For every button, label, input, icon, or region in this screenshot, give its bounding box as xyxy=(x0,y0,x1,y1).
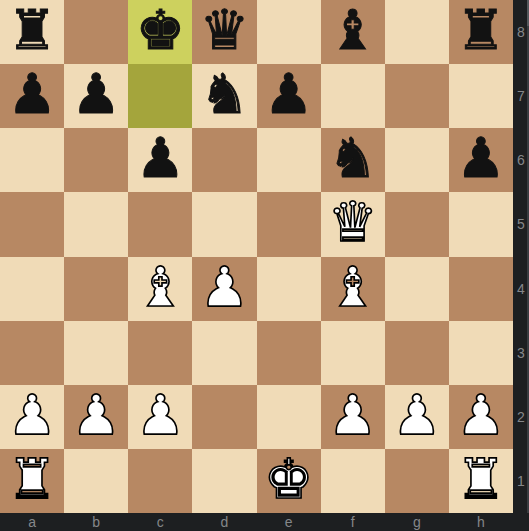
file-label-g: g xyxy=(385,513,449,531)
square-d4[interactable]: ♟ xyxy=(192,257,256,321)
square-b4[interactable] xyxy=(64,257,128,321)
file-label-f: f xyxy=(321,513,385,531)
square-g8[interactable] xyxy=(385,0,449,64)
file-label-b: b xyxy=(64,513,128,531)
square-d2[interactable] xyxy=(192,385,256,449)
square-h7[interactable] xyxy=(449,64,513,128)
square-e4[interactable] xyxy=(257,257,321,321)
piece-white-bishop[interactable]: ♝ xyxy=(136,255,185,319)
piece-black-pawn[interactable]: ♟ xyxy=(264,62,313,126)
piece-black-king[interactable]: ♚ xyxy=(136,0,185,62)
square-c5[interactable] xyxy=(128,192,192,256)
square-g4[interactable] xyxy=(385,257,449,321)
chess-app-window: ♜♚♛♝♜♟♟♞♟♟♞♟♛♝♟♝♟♟♟♟♟♟♜♚♜ 87654321 abcde… xyxy=(0,0,529,531)
square-f2[interactable]: ♟ xyxy=(321,385,385,449)
square-a5[interactable] xyxy=(0,192,64,256)
square-a1[interactable]: ♜ xyxy=(0,449,64,513)
square-g5[interactable] xyxy=(385,192,449,256)
square-g2[interactable]: ♟ xyxy=(385,385,449,449)
square-c1[interactable] xyxy=(128,449,192,513)
piece-white-pawn[interactable]: ♟ xyxy=(328,383,377,447)
square-h4[interactable] xyxy=(449,257,513,321)
piece-white-pawn[interactable]: ♟ xyxy=(200,255,249,319)
square-e6[interactable] xyxy=(257,128,321,192)
piece-black-pawn[interactable]: ♟ xyxy=(456,126,505,190)
square-e8[interactable] xyxy=(257,0,321,64)
square-f4[interactable]: ♝ xyxy=(321,257,385,321)
square-f7[interactable] xyxy=(321,64,385,128)
file-coordinates: abcdefgh xyxy=(0,513,513,531)
piece-white-pawn[interactable]: ♟ xyxy=(136,383,185,447)
square-e2[interactable] xyxy=(257,385,321,449)
file-label-h: h xyxy=(449,513,513,531)
square-b2[interactable]: ♟ xyxy=(64,385,128,449)
piece-black-bishop[interactable]: ♝ xyxy=(328,0,377,62)
square-h1[interactable]: ♜ xyxy=(449,449,513,513)
square-d5[interactable] xyxy=(192,192,256,256)
square-e3[interactable] xyxy=(257,321,321,385)
chess-board: ♜♚♛♝♜♟♟♞♟♟♞♟♛♝♟♝♟♟♟♟♟♟♜♚♜ xyxy=(0,0,513,513)
square-h6[interactable]: ♟ xyxy=(449,128,513,192)
piece-black-knight[interactable]: ♞ xyxy=(200,62,249,126)
square-b1[interactable] xyxy=(64,449,128,513)
square-e1[interactable]: ♚ xyxy=(257,449,321,513)
square-f5[interactable]: ♛ xyxy=(321,192,385,256)
file-label-c: c xyxy=(128,513,192,531)
piece-white-bishop[interactable]: ♝ xyxy=(328,255,377,319)
file-label-e: e xyxy=(257,513,321,531)
square-e5[interactable] xyxy=(257,192,321,256)
square-a7[interactable]: ♟ xyxy=(0,64,64,128)
square-e7[interactable]: ♟ xyxy=(257,64,321,128)
piece-white-pawn[interactable]: ♟ xyxy=(72,383,121,447)
square-a8[interactable]: ♜ xyxy=(0,0,64,64)
square-c7[interactable] xyxy=(128,64,192,128)
piece-white-pawn[interactable]: ♟ xyxy=(456,383,505,447)
square-g1[interactable] xyxy=(385,449,449,513)
file-label-a: a xyxy=(0,513,64,531)
square-h5[interactable] xyxy=(449,192,513,256)
square-b5[interactable] xyxy=(64,192,128,256)
square-a3[interactable] xyxy=(0,321,64,385)
square-c2[interactable]: ♟ xyxy=(128,385,192,449)
square-g3[interactable] xyxy=(385,321,449,385)
piece-white-pawn[interactable]: ♟ xyxy=(7,383,56,447)
square-d7[interactable]: ♞ xyxy=(192,64,256,128)
square-c8[interactable]: ♚ xyxy=(128,0,192,64)
square-h3[interactable] xyxy=(449,321,513,385)
piece-white-pawn[interactable]: ♟ xyxy=(392,383,441,447)
square-b6[interactable] xyxy=(64,128,128,192)
square-c6[interactable]: ♟ xyxy=(128,128,192,192)
square-b3[interactable] xyxy=(64,321,128,385)
piece-black-pawn[interactable]: ♟ xyxy=(72,62,121,126)
square-g7[interactable] xyxy=(385,64,449,128)
square-f6[interactable]: ♞ xyxy=(321,128,385,192)
square-d3[interactable] xyxy=(192,321,256,385)
square-b7[interactable]: ♟ xyxy=(64,64,128,128)
piece-black-rook[interactable]: ♜ xyxy=(456,0,505,62)
square-f1[interactable] xyxy=(321,449,385,513)
square-d1[interactable] xyxy=(192,449,256,513)
square-d6[interactable] xyxy=(192,128,256,192)
piece-white-rook[interactable]: ♜ xyxy=(7,447,56,511)
piece-white-king[interactable]: ♚ xyxy=(264,447,313,511)
piece-white-rook[interactable]: ♜ xyxy=(456,447,505,511)
square-c3[interactable] xyxy=(128,321,192,385)
piece-black-pawn[interactable]: ♟ xyxy=(7,62,56,126)
square-a2[interactable]: ♟ xyxy=(0,385,64,449)
square-c4[interactable]: ♝ xyxy=(128,257,192,321)
square-h2[interactable]: ♟ xyxy=(449,385,513,449)
piece-black-knight[interactable]: ♞ xyxy=(328,126,377,190)
square-b8[interactable] xyxy=(64,0,128,64)
piece-white-queen[interactable]: ♛ xyxy=(328,190,377,254)
square-a6[interactable] xyxy=(0,128,64,192)
piece-black-queen[interactable]: ♛ xyxy=(200,0,249,62)
square-d8[interactable]: ♛ xyxy=(192,0,256,64)
square-f8[interactable]: ♝ xyxy=(321,0,385,64)
square-h8[interactable]: ♜ xyxy=(449,0,513,64)
piece-black-pawn[interactable]: ♟ xyxy=(136,126,185,190)
square-a4[interactable] xyxy=(0,257,64,321)
square-f3[interactable] xyxy=(321,321,385,385)
file-label-d: d xyxy=(192,513,256,531)
piece-black-rook[interactable]: ♜ xyxy=(7,0,56,62)
square-g6[interactable] xyxy=(385,128,449,192)
